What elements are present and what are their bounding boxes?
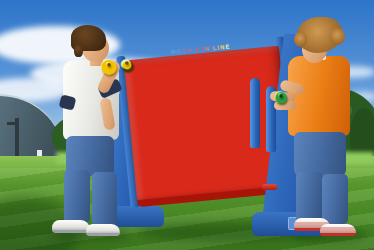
right-boy-left-leg <box>296 172 322 222</box>
left-boy-shoe <box>86 224 120 236</box>
green-disc[interactable]: ● <box>273 83 289 109</box>
left-boy-left-leg <box>64 170 90 223</box>
held-green-disc[interactable]: ● <box>266 82 296 110</box>
right-boy-hair-curl <box>294 32 307 47</box>
held-yellow-disc[interactable]: ● <box>90 46 128 84</box>
outdoor-connect-four-scene: MEGA 4 IN LINE ●●●●●●●●●●●●● ● <box>0 0 374 250</box>
left-boy-sideburn <box>74 44 83 57</box>
left-boy-shoe <box>52 220 90 233</box>
left-boy-right-leg <box>92 172 117 226</box>
right-boy-jeans <box>294 132 346 176</box>
board-grid[interactable]: ●●●●●●●●●●●●● <box>127 49 289 191</box>
right-boy-right-leg <box>322 174 348 224</box>
right-storage-pole-1 <box>250 78 260 148</box>
yellow-disc[interactable]: ● <box>99 48 120 82</box>
right-boy-shirt <box>288 56 350 136</box>
right-boy-hair-curl <box>330 28 345 45</box>
disc-release-handle[interactable] <box>262 184 277 190</box>
right-boy-shoe <box>320 224 356 236</box>
lamp-post-arm <box>7 122 18 125</box>
